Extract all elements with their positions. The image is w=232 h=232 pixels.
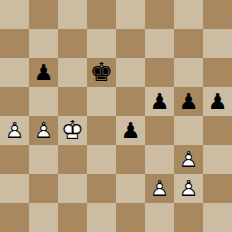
black-pawn[interactable]: ♟ xyxy=(145,87,174,116)
square-h1[interactable] xyxy=(203,203,232,232)
square-g1[interactable] xyxy=(174,203,203,232)
square-b6[interactable]: ♟ xyxy=(29,58,58,87)
square-d4[interactable] xyxy=(87,116,116,145)
square-c2[interactable] xyxy=(58,174,87,203)
square-c1[interactable] xyxy=(58,203,87,232)
white-pawn[interactable]: ♟♙ xyxy=(0,116,29,145)
square-f1[interactable] xyxy=(145,203,174,232)
square-b2[interactable] xyxy=(29,174,58,203)
square-a5[interactable] xyxy=(0,87,29,116)
square-f2[interactable]: ♟♙ xyxy=(145,174,174,203)
square-c8[interactable] xyxy=(58,0,87,29)
square-h6[interactable] xyxy=(203,58,232,87)
square-e2[interactable] xyxy=(116,174,145,203)
square-c4[interactable]: ♚♔ xyxy=(58,116,87,145)
square-b3[interactable] xyxy=(29,145,58,174)
square-e3[interactable] xyxy=(116,145,145,174)
square-b5[interactable] xyxy=(29,87,58,116)
square-d1[interactable] xyxy=(87,203,116,232)
piece-glyph-outline: ♙ xyxy=(29,116,58,145)
square-f3[interactable] xyxy=(145,145,174,174)
square-b8[interactable] xyxy=(29,0,58,29)
square-b1[interactable] xyxy=(29,203,58,232)
square-g8[interactable] xyxy=(174,0,203,29)
square-d8[interactable] xyxy=(87,0,116,29)
square-a4[interactable]: ♟♙ xyxy=(0,116,29,145)
square-h5[interactable]: ♟ xyxy=(203,87,232,116)
square-g4[interactable] xyxy=(174,116,203,145)
piece-glyph-outline: ♙ xyxy=(0,116,29,145)
white-pawn[interactable]: ♟♙ xyxy=(174,145,203,174)
square-g6[interactable] xyxy=(174,58,203,87)
square-b7[interactable] xyxy=(29,29,58,58)
square-d7[interactable] xyxy=(87,29,116,58)
square-e7[interactable] xyxy=(116,29,145,58)
piece-glyph-outline: ♙ xyxy=(145,174,174,203)
square-f5[interactable]: ♟ xyxy=(145,87,174,116)
square-c5[interactable] xyxy=(58,87,87,116)
black-pawn[interactable]: ♟ xyxy=(29,58,58,87)
white-king[interactable]: ♚♔ xyxy=(58,116,87,145)
square-a6[interactable] xyxy=(0,58,29,87)
piece-glyph-outline: ♔ xyxy=(58,116,87,145)
square-a2[interactable] xyxy=(0,174,29,203)
square-h2[interactable] xyxy=(203,174,232,203)
square-c6[interactable] xyxy=(58,58,87,87)
white-pawn[interactable]: ♟♙ xyxy=(29,116,58,145)
square-h8[interactable] xyxy=(203,0,232,29)
square-d5[interactable] xyxy=(87,87,116,116)
square-e4[interactable]: ♟ xyxy=(116,116,145,145)
square-e6[interactable] xyxy=(116,58,145,87)
black-pawn[interactable]: ♟ xyxy=(203,87,232,116)
square-e5[interactable] xyxy=(116,87,145,116)
square-a8[interactable] xyxy=(0,0,29,29)
square-a7[interactable] xyxy=(0,29,29,58)
square-g5[interactable]: ♟ xyxy=(174,87,203,116)
black-pawn[interactable]: ♟ xyxy=(116,116,145,145)
square-c7[interactable] xyxy=(58,29,87,58)
square-b4[interactable]: ♟♙ xyxy=(29,116,58,145)
black-pawn[interactable]: ♟ xyxy=(174,87,203,116)
square-h7[interactable] xyxy=(203,29,232,58)
black-king[interactable]: ♚ xyxy=(87,58,116,87)
white-pawn[interactable]: ♟♙ xyxy=(145,174,174,203)
piece-glyph-outline: ♙ xyxy=(174,145,203,174)
square-c3[interactable] xyxy=(58,145,87,174)
square-e8[interactable] xyxy=(116,0,145,29)
square-d3[interactable] xyxy=(87,145,116,174)
square-g2[interactable]: ♟♙ xyxy=(174,174,203,203)
square-f6[interactable] xyxy=(145,58,174,87)
square-a1[interactable] xyxy=(0,203,29,232)
square-g7[interactable] xyxy=(174,29,203,58)
square-a3[interactable] xyxy=(0,145,29,174)
square-h4[interactable] xyxy=(203,116,232,145)
square-e1[interactable] xyxy=(116,203,145,232)
square-f4[interactable] xyxy=(145,116,174,145)
square-d2[interactable] xyxy=(87,174,116,203)
square-h3[interactable] xyxy=(203,145,232,174)
square-f7[interactable] xyxy=(145,29,174,58)
piece-glyph-outline: ♙ xyxy=(174,174,203,203)
square-g3[interactable]: ♟♙ xyxy=(174,145,203,174)
white-pawn[interactable]: ♟♙ xyxy=(174,174,203,203)
chess-board: ♟♚♟♟♟♟♙♟♙♚♔♟♟♙♟♙♟♙ xyxy=(0,0,232,232)
square-f8[interactable] xyxy=(145,0,174,29)
square-d6[interactable]: ♚ xyxy=(87,58,116,87)
